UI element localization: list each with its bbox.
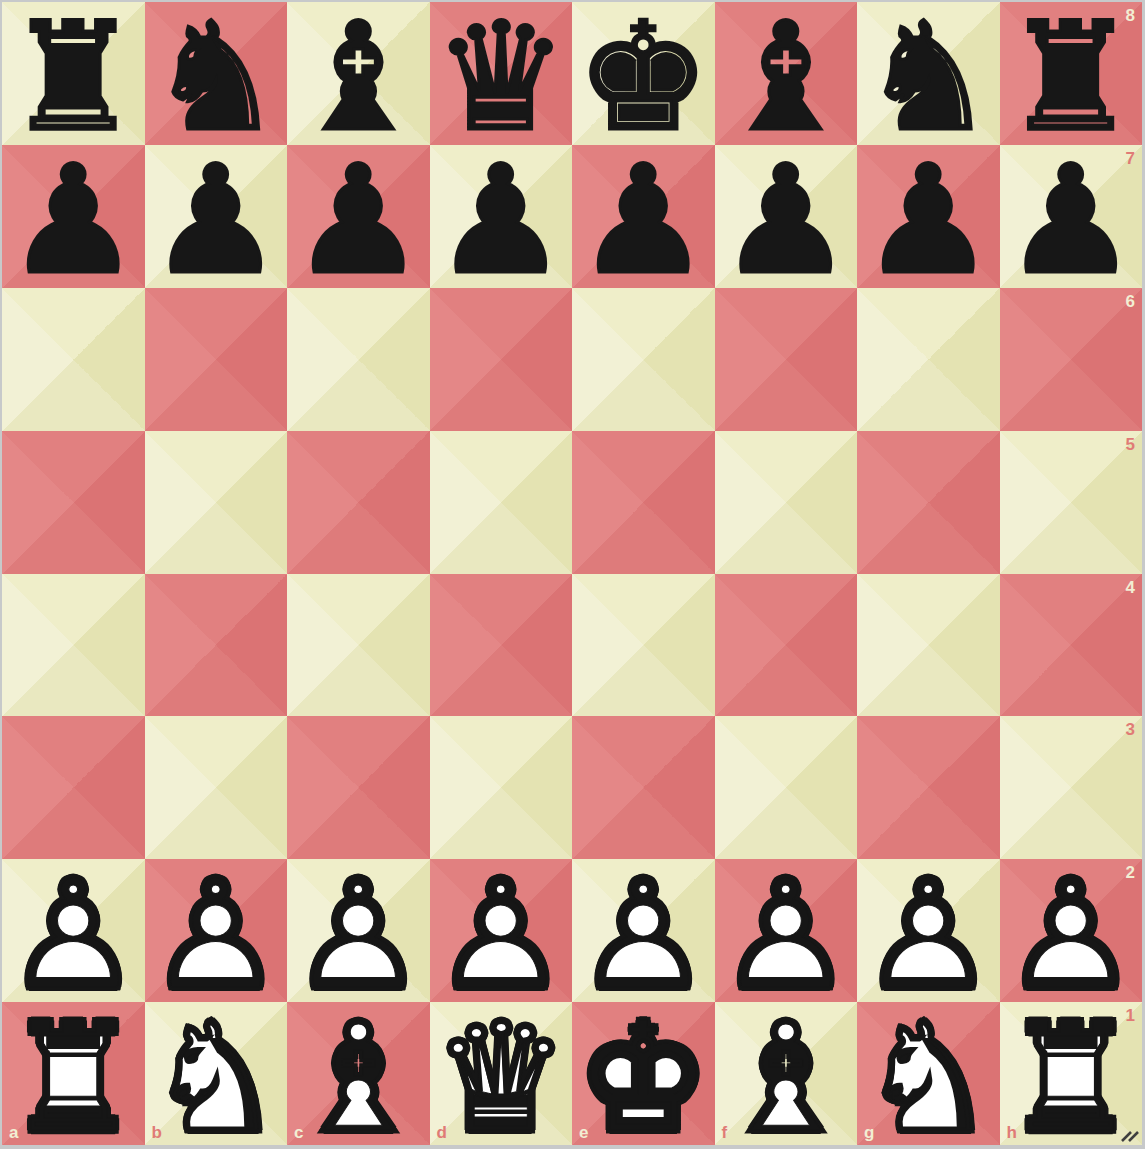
square-d3[interactable] [430, 716, 573, 859]
square-f7[interactable]: ♟ [715, 145, 858, 288]
black-pawn-glyph: ♟ [145, 149, 288, 288]
black-pawn-glyph: ♟ [857, 149, 1000, 288]
square-d8[interactable]: ♛ [430, 2, 573, 145]
square-b8[interactable]: ♞ [145, 2, 288, 145]
square-d4[interactable] [430, 574, 573, 717]
piece-black-pawn[interactable]: ♟ [287, 145, 430, 288]
square-g8[interactable]: ♞ [857, 2, 1000, 145]
square-h4[interactable]: 4 [1000, 574, 1143, 717]
square-f4[interactable] [715, 574, 858, 717]
square-a2[interactable]: ♟♙ [2, 859, 145, 1002]
white-pawn-detail-glyph: ♙ [1000, 863, 1143, 1002]
piece-white-bishop[interactable]: ♝♗ [715, 1002, 858, 1145]
square-c3[interactable] [287, 716, 430, 859]
piece-white-pawn[interactable]: ♟♙ [715, 859, 858, 1002]
white-king-detail-glyph: ♔ [572, 1006, 715, 1145]
square-e7[interactable]: ♟ [572, 145, 715, 288]
piece-white-pawn[interactable]: ♟♙ [145, 859, 288, 1002]
white-queen-detail-glyph: ♕ [430, 1006, 573, 1145]
piece-black-pawn[interactable]: ♟ [715, 145, 858, 288]
square-f6[interactable] [715, 288, 858, 431]
square-a5[interactable] [2, 431, 145, 574]
square-b4[interactable] [145, 574, 288, 717]
square-e8[interactable]: ♚ [572, 2, 715, 145]
square-d2[interactable]: ♟♙ [430, 859, 573, 1002]
coord-rank-4: 4 [1126, 579, 1135, 596]
piece-black-knight[interactable]: ♞ [145, 2, 288, 145]
piece-white-rook[interactable]: ♜♖ [2, 1002, 145, 1145]
piece-black-bishop[interactable]: ♝ [715, 2, 858, 145]
square-d7[interactable]: ♟ [430, 145, 573, 288]
square-e3[interactable] [572, 716, 715, 859]
square-a3[interactable] [2, 716, 145, 859]
white-pawn-detail-glyph: ♙ [572, 863, 715, 1002]
square-b1[interactable]: b♞♘ [145, 1002, 288, 1145]
square-g2[interactable]: ♟♙ [857, 859, 1000, 1002]
square-h8[interactable]: 8♜ [1000, 2, 1143, 145]
piece-black-queen[interactable]: ♛ [430, 2, 573, 145]
coord-rank-5: 5 [1126, 436, 1135, 453]
square-d1[interactable]: d♛♕ [430, 1002, 573, 1145]
white-pawn-detail-glyph: ♙ [430, 863, 573, 1002]
square-g7[interactable]: ♟ [857, 145, 1000, 288]
black-pawn-glyph: ♟ [1000, 149, 1143, 288]
square-h6[interactable]: 6 [1000, 288, 1143, 431]
square-h3[interactable]: 3 [1000, 716, 1143, 859]
square-b6[interactable] [145, 288, 288, 431]
square-a1[interactable]: a♜♖ [2, 1002, 145, 1145]
white-rook-detail-glyph: ♖ [2, 1006, 145, 1145]
white-pawn-detail-glyph: ♙ [2, 863, 145, 1002]
square-e4[interactable] [572, 574, 715, 717]
piece-black-rook[interactable]: ♜ [2, 2, 145, 145]
piece-white-pawn[interactable]: ♟♙ [287, 859, 430, 1002]
square-a8[interactable]: ♜ [2, 2, 145, 145]
square-h5[interactable]: 5 [1000, 431, 1143, 574]
square-a4[interactable] [2, 574, 145, 717]
white-pawn-detail-glyph: ♙ [715, 863, 858, 1002]
white-pawn-detail-glyph: ♙ [287, 863, 430, 1002]
square-g4[interactable] [857, 574, 1000, 717]
black-knight-glyph: ♞ [857, 6, 1000, 145]
square-g5[interactable] [857, 431, 1000, 574]
piece-black-pawn[interactable]: ♟ [145, 145, 288, 288]
piece-white-bishop[interactable]: ♝♗ [287, 1002, 430, 1145]
piece-black-king[interactable]: ♚ [572, 2, 715, 145]
square-e6[interactable] [572, 288, 715, 431]
square-d6[interactable] [430, 288, 573, 431]
coord-rank-6: 6 [1126, 293, 1135, 310]
white-bishop-detail-glyph: ♗ [715, 1006, 858, 1145]
square-c7[interactable]: ♟ [287, 145, 430, 288]
square-a7[interactable]: ♟ [2, 145, 145, 288]
piece-black-pawn[interactable]: ♟ [857, 145, 1000, 288]
white-knight-detail-glyph: ♘ [145, 1006, 288, 1145]
square-f3[interactable] [715, 716, 858, 859]
square-f8[interactable]: ♝ [715, 2, 858, 145]
square-f1[interactable]: f♝♗ [715, 1002, 858, 1145]
black-rook-glyph: ♜ [2, 6, 145, 145]
square-g6[interactable] [857, 288, 1000, 431]
piece-white-knight[interactable]: ♞♘ [857, 1002, 1000, 1145]
piece-black-bishop[interactable]: ♝ [287, 2, 430, 145]
square-b5[interactable] [145, 431, 288, 574]
black-knight-glyph: ♞ [145, 6, 288, 145]
black-bishop-glyph: ♝ [287, 6, 430, 145]
square-b7[interactable]: ♟ [145, 145, 288, 288]
white-pawn-detail-glyph: ♙ [857, 863, 1000, 1002]
square-d5[interactable] [430, 431, 573, 574]
square-e2[interactable]: ♟♙ [572, 859, 715, 1002]
piece-black-pawn[interactable]: ♟ [430, 145, 573, 288]
piece-white-pawn[interactable]: ♟♙ [430, 859, 573, 1002]
piece-white-queen[interactable]: ♛♕ [430, 1002, 573, 1145]
piece-white-pawn[interactable]: ♟♙ [2, 859, 145, 1002]
square-b2[interactable]: ♟♙ [145, 859, 288, 1002]
square-c5[interactable] [287, 431, 430, 574]
square-c4[interactable] [287, 574, 430, 717]
black-pawn-glyph: ♟ [572, 149, 715, 288]
black-pawn-glyph: ♟ [715, 149, 858, 288]
chess-board: ♜♞♝♛♚♝♞8♜♟♟♟♟♟♟♟7♟6543♟♙♟♙♟♙♟♙♟♙♟♙♟♙2♟♙a… [2, 2, 1142, 1145]
square-b3[interactable] [145, 716, 288, 859]
square-c8[interactable]: ♝ [287, 2, 430, 145]
piece-white-pawn[interactable]: ♟♙ [1000, 859, 1143, 1002]
white-pawn-detail-glyph: ♙ [145, 863, 288, 1002]
piece-white-pawn[interactable]: ♟♙ [572, 859, 715, 1002]
piece-white-king[interactable]: ♚♔ [572, 1002, 715, 1145]
black-pawn-glyph: ♟ [430, 149, 573, 288]
piece-black-knight[interactable]: ♞ [857, 2, 1000, 145]
piece-white-pawn[interactable]: ♟♙ [857, 859, 1000, 1002]
square-c6[interactable] [287, 288, 430, 431]
black-pawn-glyph: ♟ [287, 149, 430, 288]
square-e1[interactable]: e♚♔ [572, 1002, 715, 1145]
black-king-glyph: ♚ [572, 6, 715, 145]
black-rook-glyph: ♜ [1000, 6, 1143, 145]
piece-black-pawn[interactable]: ♟ [2, 145, 145, 288]
square-c1[interactable]: c♝♗ [287, 1002, 430, 1145]
square-g1[interactable]: g♞♘ [857, 1002, 1000, 1145]
black-queen-glyph: ♛ [430, 6, 573, 145]
square-c2[interactable]: ♟♙ [287, 859, 430, 1002]
square-a6[interactable] [2, 288, 145, 431]
white-bishop-detail-glyph: ♗ [287, 1006, 430, 1145]
piece-black-pawn[interactable]: ♟ [1000, 145, 1143, 288]
black-pawn-glyph: ♟ [2, 149, 145, 288]
square-f5[interactable] [715, 431, 858, 574]
piece-black-pawn[interactable]: ♟ [572, 145, 715, 288]
square-h7[interactable]: 7♟ [1000, 145, 1143, 288]
square-g3[interactable] [857, 716, 1000, 859]
black-bishop-glyph: ♝ [715, 6, 858, 145]
piece-white-knight[interactable]: ♞♘ [145, 1002, 288, 1145]
resize-handle-icon[interactable] [1116, 1120, 1140, 1144]
board-frame: ♜♞♝♛♚♝♞8♜♟♟♟♟♟♟♟7♟6543♟♙♟♙♟♙♟♙♟♙♟♙♟♙2♟♙a… [0, 0, 1145, 1149]
coord-rank-3: 3 [1126, 721, 1135, 738]
white-knight-detail-glyph: ♘ [857, 1006, 1000, 1145]
piece-black-rook[interactable]: ♜ [1000, 2, 1143, 145]
square-e5[interactable] [572, 431, 715, 574]
square-h2[interactable]: 2♟♙ [1000, 859, 1143, 1002]
square-f2[interactable]: ♟♙ [715, 859, 858, 1002]
